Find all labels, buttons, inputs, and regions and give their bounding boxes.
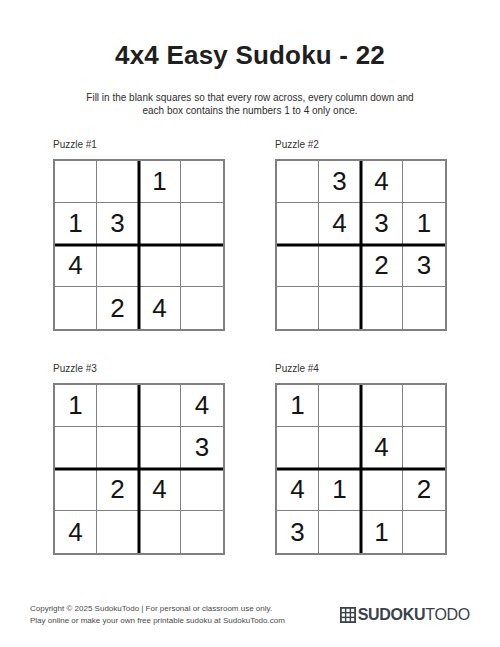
- puzzle3-cell-r1c1[interactable]: 1: [55, 385, 97, 427]
- logo-text-light: TODO: [425, 606, 470, 624]
- puzzle1-cell-r1c4[interactable]: [181, 161, 223, 203]
- puzzle4-cell-r3c3[interactable]: [361, 469, 403, 511]
- puzzle3-cell-r1c4[interactable]: 4: [181, 385, 223, 427]
- puzzle3-cell-r4c3[interactable]: [139, 511, 181, 553]
- puzzle4-cell-r2c1[interactable]: [277, 427, 319, 469]
- puzzle-grid-area: Puzzle #1 113424 Puzzle #2 3443123 Puzzl…: [0, 139, 500, 555]
- puzzle-3-label: Puzzle #3: [53, 363, 225, 374]
- puzzle4-cell-r4c4[interactable]: [403, 511, 445, 553]
- footer-copyright: Copyright © 2025 SudokuTodo | For person…: [30, 603, 285, 615]
- puzzle-4-board: 1441231: [275, 383, 447, 555]
- puzzle1-cell-r3c3[interactable]: [139, 245, 181, 287]
- puzzle1-cell-r4c1[interactable]: [55, 287, 97, 329]
- puzzle-2-label: Puzzle #2: [275, 139, 447, 150]
- page-title: 4x4 Easy Sudoku - 22: [0, 40, 500, 71]
- puzzle4-cell-r2c3[interactable]: 4: [361, 427, 403, 469]
- puzzle4-cell-r1c1[interactable]: 1: [277, 385, 319, 427]
- instructions-line-2: each box contains the numbers 1 to 4 onl…: [0, 104, 500, 117]
- puzzle-2: Puzzle #2 3443123: [275, 139, 447, 331]
- puzzle2-cell-r3c2[interactable]: [319, 245, 361, 287]
- puzzle-1-label: Puzzle #1: [53, 139, 225, 150]
- puzzle1-cell-r4c2[interactable]: 2: [97, 287, 139, 329]
- puzzle3-cell-r2c3[interactable]: [139, 427, 181, 469]
- puzzle1-cell-r1c1[interactable]: [55, 161, 97, 203]
- puzzle3-cell-r4c1[interactable]: 4: [55, 511, 97, 553]
- puzzle3-cell-r1c3[interactable]: [139, 385, 181, 427]
- puzzle3-cell-r4c4[interactable]: [181, 511, 223, 553]
- puzzle1-cell-r2c2[interactable]: 3: [97, 203, 139, 245]
- puzzle2-cell-r1c4[interactable]: [403, 161, 445, 203]
- puzzle3-cell-r3c3[interactable]: 4: [139, 469, 181, 511]
- puzzle-1: Puzzle #1 113424: [53, 139, 225, 331]
- puzzle2-cell-r1c1[interactable]: [277, 161, 319, 203]
- puzzle2-cell-r4c1[interactable]: [277, 287, 319, 329]
- puzzle3-cell-r2c4[interactable]: 3: [181, 427, 223, 469]
- puzzle4-cell-r1c2[interactable]: [319, 385, 361, 427]
- puzzle3-cell-r3c4[interactable]: [181, 469, 223, 511]
- puzzle3-cell-r2c2[interactable]: [97, 427, 139, 469]
- footer-text: Copyright © 2025 SudokuTodo | For person…: [30, 603, 285, 627]
- sudoku-grid-icon: [340, 607, 358, 623]
- puzzle3-cell-r4c2[interactable]: [97, 511, 139, 553]
- puzzle3-cell-r3c2[interactable]: 2: [97, 469, 139, 511]
- puzzle4-cell-r3c2[interactable]: 1: [319, 469, 361, 511]
- logo-text-bold: SUDOKU: [358, 606, 426, 624]
- instructions: Fill in the blank squares so that every …: [0, 91, 500, 117]
- footer: Copyright © 2025 SudokuTodo | For person…: [0, 603, 500, 647]
- puzzle2-cell-r2c3[interactable]: 3: [361, 203, 403, 245]
- puzzle2-cell-r4c4[interactable]: [403, 287, 445, 329]
- puzzle-3: Puzzle #3 143244: [53, 363, 225, 555]
- puzzle-2-board: 3443123: [275, 159, 447, 331]
- sudokutodo-logo: SUDOKUTODO: [340, 606, 470, 624]
- footer-tagline: Play online or make your own free printa…: [30, 615, 285, 627]
- puzzle2-cell-r3c3[interactable]: 2: [361, 245, 403, 287]
- puzzle1-cell-r1c3[interactable]: 1: [139, 161, 181, 203]
- puzzle2-cell-r1c3[interactable]: 4: [361, 161, 403, 203]
- puzzle1-cell-r1c2[interactable]: [97, 161, 139, 203]
- puzzle4-cell-r3c4[interactable]: 2: [403, 469, 445, 511]
- puzzle-4: Puzzle #4 1441231: [275, 363, 447, 555]
- puzzle4-cell-r1c3[interactable]: [361, 385, 403, 427]
- puzzle2-cell-r3c1[interactable]: [277, 245, 319, 287]
- puzzle2-cell-r2c1[interactable]: [277, 203, 319, 245]
- puzzle1-cell-r3c2[interactable]: [97, 245, 139, 287]
- puzzle1-cell-r3c1[interactable]: 4: [55, 245, 97, 287]
- puzzle1-cell-r2c4[interactable]: [181, 203, 223, 245]
- puzzle4-cell-r2c4[interactable]: [403, 427, 445, 469]
- puzzle-3-board: 143244: [53, 383, 225, 555]
- puzzle2-cell-r4c3[interactable]: [361, 287, 403, 329]
- puzzle3-cell-r2c1[interactable]: [55, 427, 97, 469]
- puzzle4-cell-r4c2[interactable]: [319, 511, 361, 553]
- puzzle4-cell-r4c1[interactable]: 3: [277, 511, 319, 553]
- puzzle2-cell-r2c2[interactable]: 4: [319, 203, 361, 245]
- puzzle4-cell-r1c4[interactable]: [403, 385, 445, 427]
- puzzle1-cell-r2c1[interactable]: 1: [55, 203, 97, 245]
- puzzle-4-label: Puzzle #4: [275, 363, 447, 374]
- puzzle1-cell-r2c3[interactable]: [139, 203, 181, 245]
- puzzle-1-board: 113424: [53, 159, 225, 331]
- puzzle4-cell-r3c1[interactable]: 4: [277, 469, 319, 511]
- puzzle1-cell-r3c4[interactable]: [181, 245, 223, 287]
- instructions-line-1: Fill in the blank squares so that every …: [0, 91, 500, 104]
- puzzle1-cell-r4c3[interactable]: 4: [139, 287, 181, 329]
- puzzle4-cell-r2c2[interactable]: [319, 427, 361, 469]
- puzzle2-cell-r4c2[interactable]: [319, 287, 361, 329]
- puzzle1-cell-r4c4[interactable]: [181, 287, 223, 329]
- puzzle3-cell-r3c1[interactable]: [55, 469, 97, 511]
- puzzle2-cell-r3c4[interactable]: 3: [403, 245, 445, 287]
- puzzle2-cell-r2c4[interactable]: 1: [403, 203, 445, 245]
- puzzle2-cell-r1c2[interactable]: 3: [319, 161, 361, 203]
- puzzle4-cell-r4c3[interactable]: 1: [361, 511, 403, 553]
- puzzle3-cell-r1c2[interactable]: [97, 385, 139, 427]
